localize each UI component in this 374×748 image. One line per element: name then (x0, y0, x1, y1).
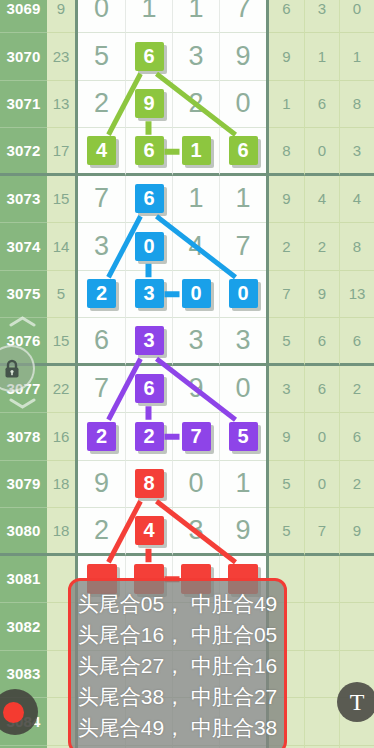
digit-cell: 1 (219, 461, 266, 509)
highlight-box: 4 (87, 136, 116, 165)
digit-cell: 0 (219, 81, 266, 129)
period-cell: 3075 (0, 271, 47, 319)
digit-cell: 2 (125, 413, 172, 461)
digit-area: 7611 (75, 176, 266, 224)
highlight-box: 6 (135, 184, 164, 213)
stat-cell: 8 (339, 223, 374, 271)
stat-cell: 6 (339, 413, 374, 461)
digit-cell: 6 (125, 176, 172, 224)
sum-cell: 16 (47, 413, 75, 461)
highlight-box: 4 (135, 516, 164, 545)
trend-row: 3072174616803 (0, 128, 374, 176)
stat-cell (339, 556, 374, 604)
chevron-up-icon[interactable] (9, 316, 36, 327)
lock-icon (1, 358, 23, 380)
digit-area: 7690 (75, 366, 266, 414)
trend-row: 3077227690362 (0, 366, 374, 414)
digit-cell: 3 (172, 508, 219, 556)
digit-area: 4616 (75, 128, 266, 176)
period-cell: 3082 (0, 603, 47, 651)
trend-row: 3078162275906 (0, 413, 374, 461)
stat-cell: 2 (339, 366, 374, 414)
digit-cell: 6 (219, 128, 266, 176)
trend-row: 306990117630 (0, 0, 374, 33)
period-cell: 3078 (0, 413, 47, 461)
digit-cell: 6 (78, 318, 125, 366)
digit-area: 2920 (75, 81, 266, 129)
digit-cell: 6 (125, 33, 172, 81)
stat-cell: 6 (304, 81, 339, 129)
period-cell: 3073 (0, 176, 47, 224)
highlight-box: 2 (135, 422, 164, 451)
digit-cell: 6 (125, 128, 172, 176)
stat-cell: 2 (269, 223, 304, 271)
stat-cell (304, 603, 339, 651)
stat-cell: 9 (269, 413, 304, 461)
highlight-box: 0 (182, 279, 211, 308)
digit-cell: 5 (78, 33, 125, 81)
highlight-box: 9 (135, 89, 164, 118)
highlight-box: 6 (229, 136, 258, 165)
digit-area: 2439 (75, 508, 266, 556)
digit-cell: 1 (172, 128, 219, 176)
sum-cell: 14 (47, 223, 75, 271)
prediction-line: 头尾合05， 中肚合49 (71, 588, 284, 619)
digit-area: 2275 (75, 413, 266, 461)
digit-cell: 4 (125, 508, 172, 556)
stat-area: 630 (266, 0, 374, 33)
digit-cell: 2 (78, 508, 125, 556)
highlight-box: 2 (87, 422, 116, 451)
stat-cell (339, 603, 374, 651)
digit-cell: 1 (125, 0, 172, 33)
digit-cell: 7 (78, 176, 125, 224)
digit-area: 9801 (75, 461, 266, 509)
digit-cell: 3 (172, 318, 219, 366)
digit-cell: 7 (78, 366, 125, 414)
digit-cell: 3 (125, 271, 172, 319)
stat-cell: 0 (304, 413, 339, 461)
stat-cell: 4 (304, 176, 339, 224)
stat-cell (304, 651, 339, 699)
prediction-line: 头尾合38， 中肚合27 (71, 681, 284, 712)
stat-cell: 9 (304, 271, 339, 319)
highlight-box: 3 (135, 279, 164, 308)
digit-cell: 1 (172, 0, 219, 33)
stat-area: 911 (266, 33, 374, 81)
stat-area: 906 (266, 413, 374, 461)
stat-cell: 6 (304, 366, 339, 414)
digit-cell: 1 (219, 176, 266, 224)
sum-cell: 15 (47, 176, 75, 224)
digit-cell: 9 (125, 81, 172, 129)
stat-cell: 1 (304, 33, 339, 81)
stat-cell (304, 556, 339, 604)
text-tool-button[interactable]: T (337, 682, 374, 722)
stat-cell: 1 (339, 33, 374, 81)
digit-cell: 6 (125, 366, 172, 414)
digit-cell: 3 (172, 33, 219, 81)
digit-cell: 0 (172, 271, 219, 319)
stat-cell: 9 (269, 33, 304, 81)
digit-cell: 1 (172, 176, 219, 224)
period-cell: 3069 (0, 0, 47, 33)
digit-cell: 9 (78, 461, 125, 509)
stat-cell: 0 (339, 0, 374, 33)
digit-cell: 2 (78, 271, 125, 319)
sum-cell: 17 (47, 128, 75, 176)
digit-area: 0117 (75, 0, 266, 33)
prediction-line: 头尾合16， 中肚合05 (71, 619, 284, 650)
stat-cell: 5 (269, 318, 304, 366)
sum-cell: 18 (47, 508, 75, 556)
highlight-box: 8 (135, 469, 164, 498)
digit-cell: 3 (125, 318, 172, 366)
prediction-line: 头尾合27， 中肚合16 (71, 650, 284, 681)
period-cell: 3071 (0, 81, 47, 129)
stat-cell: 9 (339, 508, 374, 556)
digit-cell: 0 (172, 461, 219, 509)
stat-cell: 1 (269, 81, 304, 129)
stat-cell: 8 (269, 128, 304, 176)
digit-cell: 2 (78, 81, 125, 129)
digit-cell: 2 (78, 413, 125, 461)
stat-area: 566 (266, 318, 374, 366)
record-dot-icon (3, 702, 24, 723)
trend-row: 3075523007913 (0, 271, 374, 319)
stat-cell: 2 (339, 461, 374, 509)
highlight-box: 1 (182, 136, 211, 165)
stat-area: 228 (266, 223, 374, 271)
period-cell: 3080 (0, 508, 47, 556)
sum-cell: 15 (47, 318, 75, 366)
stat-cell: 8 (339, 81, 374, 129)
stat-cell: 7 (269, 271, 304, 319)
highlight-box: 3 (135, 326, 164, 355)
period-cell: 3081 (0, 556, 47, 604)
trend-row: 3073157611944 (0, 176, 374, 224)
stat-cell: 0 (304, 128, 339, 176)
stat-area: 579 (266, 508, 374, 556)
trend-row: 3071132920168 (0, 81, 374, 129)
digit-cell: 5 (219, 413, 266, 461)
highlight-box: 6 (135, 374, 164, 403)
highlight-box: 6 (135, 42, 164, 71)
stat-cell: 5 (269, 461, 304, 509)
stat-cell: 6 (339, 318, 374, 366)
stat-cell: 3 (339, 128, 374, 176)
trend-row: 3070235639911 (0, 33, 374, 81)
digit-cell: 3 (78, 223, 125, 271)
period-cell: 3072 (0, 128, 47, 176)
highlight-box: 7 (182, 422, 211, 451)
digit-cell: 0 (219, 366, 266, 414)
sum-cell: 18 (47, 461, 75, 509)
period-cell: 3070 (0, 33, 47, 81)
period-cell: 3079 (0, 461, 47, 509)
digit-area: 6333 (75, 318, 266, 366)
digit-cell: 9 (219, 33, 266, 81)
highlight-box: 0 (135, 232, 164, 261)
highlight-box: 6 (135, 136, 164, 165)
trend-row: 3074143047228 (0, 223, 374, 271)
digit-cell: 9 (172, 366, 219, 414)
stat-cell: 4 (339, 176, 374, 224)
stat-cell: 13 (339, 271, 374, 319)
sum-cell: 9 (47, 0, 75, 33)
stat-cell: 0 (304, 461, 339, 509)
stat-area: 944 (266, 176, 374, 224)
chevron-down-icon[interactable] (9, 398, 36, 409)
stat-cell: 9 (269, 176, 304, 224)
stat-area: 7913 (266, 271, 374, 319)
stat-cell: 6 (304, 318, 339, 366)
highlight-box: 5 (229, 422, 258, 451)
stat-cell: 6 (269, 0, 304, 33)
digit-cell: 9 (219, 508, 266, 556)
stat-cell: 2 (304, 223, 339, 271)
stat-cell: 3 (269, 366, 304, 414)
digit-cell: 0 (219, 271, 266, 319)
stat-area: 362 (266, 366, 374, 414)
trend-row: 3080182439579 (0, 508, 374, 556)
highlight-box: 2 (87, 279, 116, 308)
trend-row: 3076156333566 (0, 318, 374, 366)
digit-area: 2300 (75, 271, 266, 319)
digit-area: 5639 (75, 33, 266, 81)
digit-cell: 4 (172, 223, 219, 271)
digit-cell: 8 (125, 461, 172, 509)
stat-cell: 3 (304, 0, 339, 33)
digit-cell: 2 (172, 81, 219, 129)
stat-cell: 7 (304, 508, 339, 556)
digit-cell: 7 (219, 0, 266, 33)
stat-area: 502 (266, 461, 374, 509)
sum-cell: 23 (47, 33, 75, 81)
stat-cell: 5 (269, 508, 304, 556)
digit-cell: 7 (172, 413, 219, 461)
sum-cell: 13 (47, 81, 75, 129)
prediction-overlay[interactable]: 头尾合05， 中肚合49 头尾合16， 中肚合05 头尾合27， 中肚合16 头… (68, 578, 287, 748)
stat-area: 168 (266, 81, 374, 129)
stat-cell (304, 698, 339, 746)
period-cell: 3074 (0, 223, 47, 271)
digit-cell: 4 (78, 128, 125, 176)
highlight-box: 0 (229, 279, 258, 308)
lottery-trend-chart-screen: 3069901176303070235639911307113292016830… (0, 0, 374, 748)
stat-area: 803 (266, 128, 374, 176)
prediction-line: 头尾合49， 中肚合38 (71, 712, 284, 743)
sum-cell: 5 (47, 271, 75, 319)
digit-cell: 7 (219, 223, 266, 271)
digit-area: 3047 (75, 223, 266, 271)
digit-cell: 0 (125, 223, 172, 271)
digit-cell: 0 (78, 0, 125, 33)
sum-cell: 22 (47, 366, 75, 414)
digit-cell: 3 (219, 318, 266, 366)
trend-row: 3079189801502 (0, 461, 374, 509)
